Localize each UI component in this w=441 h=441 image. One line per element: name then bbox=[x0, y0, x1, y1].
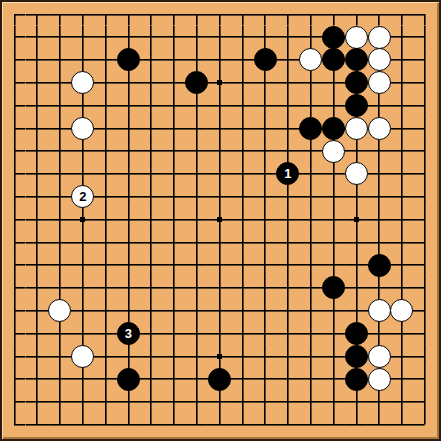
intersection-c0-r2[interactable] bbox=[3, 49, 26, 72]
intersection-c6-r14[interactable] bbox=[140, 322, 163, 345]
intersection-c13-r0[interactable] bbox=[299, 3, 322, 26]
intersection-c5-r5[interactable] bbox=[117, 117, 140, 140]
intersection-c3-r10[interactable] bbox=[71, 231, 94, 254]
intersection-c18-r0[interactable] bbox=[413, 3, 436, 26]
intersection-c10-r0[interactable] bbox=[231, 3, 254, 26]
intersection-c13-r16[interactable] bbox=[299, 368, 322, 391]
intersection-c13-r12[interactable] bbox=[299, 277, 322, 300]
intersection-c9-r5[interactable] bbox=[208, 117, 231, 140]
intersection-c18-r6[interactable] bbox=[413, 140, 436, 163]
intersection-c16-r15[interactable] bbox=[368, 345, 391, 368]
intersection-c14-r7[interactable] bbox=[322, 163, 345, 186]
star-point-c15-r9[interactable] bbox=[345, 208, 368, 231]
intersection-c0-r9[interactable] bbox=[3, 208, 26, 231]
intersection-c15-r12[interactable] bbox=[345, 277, 368, 300]
intersection-c2-r11[interactable] bbox=[49, 254, 72, 277]
intersection-c4-r8[interactable] bbox=[94, 185, 117, 208]
intersection-c3-r2[interactable] bbox=[71, 49, 94, 72]
intersection-c15-r2[interactable] bbox=[345, 49, 368, 72]
intersection-c2-r18[interactable] bbox=[49, 413, 72, 436]
intersection-c16-r16[interactable] bbox=[368, 368, 391, 391]
intersection-c10-r16[interactable] bbox=[231, 368, 254, 391]
intersection-c4-r7[interactable] bbox=[94, 163, 117, 186]
intersection-c18-r4[interactable] bbox=[413, 94, 436, 117]
intersection-c10-r7[interactable] bbox=[231, 163, 254, 186]
intersection-c10-r12[interactable] bbox=[231, 277, 254, 300]
intersection-c7-r1[interactable] bbox=[163, 26, 186, 49]
intersection-c2-r2[interactable] bbox=[49, 49, 72, 72]
intersection-c11-r3[interactable] bbox=[254, 71, 277, 94]
intersection-c16-r7[interactable] bbox=[368, 163, 391, 186]
intersection-c1-r14[interactable] bbox=[26, 322, 49, 345]
intersection-c17-r5[interactable] bbox=[391, 117, 414, 140]
intersection-c0-r8[interactable] bbox=[3, 185, 26, 208]
intersection-c11-r7[interactable] bbox=[254, 163, 277, 186]
intersection-c18-r11[interactable] bbox=[413, 254, 436, 277]
intersection-c8-r6[interactable] bbox=[185, 140, 208, 163]
intersection-c15-r16[interactable] bbox=[345, 368, 368, 391]
intersection-c18-r18[interactable] bbox=[413, 413, 436, 436]
intersection-c1-r16[interactable] bbox=[26, 368, 49, 391]
intersection-c9-r13[interactable] bbox=[208, 299, 231, 322]
intersection-c3-r7[interactable] bbox=[71, 163, 94, 186]
intersection-c11-r5[interactable] bbox=[254, 117, 277, 140]
intersection-c12-r5[interactable] bbox=[277, 117, 300, 140]
intersection-c15-r15[interactable] bbox=[345, 345, 368, 368]
intersection-c0-r1[interactable] bbox=[3, 26, 26, 49]
intersection-c6-r3[interactable] bbox=[140, 71, 163, 94]
intersection-c1-r7[interactable] bbox=[26, 163, 49, 186]
intersection-c16-r3[interactable] bbox=[368, 71, 391, 94]
intersection-c4-r6[interactable] bbox=[94, 140, 117, 163]
intersection-c14-r10[interactable] bbox=[322, 231, 345, 254]
intersection-c14-r17[interactable] bbox=[322, 391, 345, 414]
intersection-c12-r9[interactable] bbox=[277, 208, 300, 231]
intersection-c9-r17[interactable] bbox=[208, 391, 231, 414]
intersection-c16-r8[interactable] bbox=[368, 185, 391, 208]
intersection-c7-r17[interactable] bbox=[163, 391, 186, 414]
intersection-c10-r14[interactable] bbox=[231, 322, 254, 345]
intersection-c6-r8[interactable] bbox=[140, 185, 163, 208]
intersection-c14-r16[interactable] bbox=[322, 368, 345, 391]
intersection-c14-r18[interactable] bbox=[322, 413, 345, 436]
star-point-c3-r9[interactable] bbox=[71, 208, 94, 231]
intersection-c5-r10[interactable] bbox=[117, 231, 140, 254]
intersection-c6-r9[interactable] bbox=[140, 208, 163, 231]
intersection-c14-r1[interactable] bbox=[322, 26, 345, 49]
intersection-c12-r13[interactable] bbox=[277, 299, 300, 322]
intersection-c5-r17[interactable] bbox=[117, 391, 140, 414]
star-point-c9-r15[interactable] bbox=[208, 345, 231, 368]
intersection-c11-r0[interactable] bbox=[254, 3, 277, 26]
intersection-c3-r14[interactable] bbox=[71, 322, 94, 345]
intersection-c10-r11[interactable] bbox=[231, 254, 254, 277]
intersection-c0-r17[interactable] bbox=[3, 391, 26, 414]
intersection-c5-r16[interactable] bbox=[117, 368, 140, 391]
intersection-c18-r12[interactable] bbox=[413, 277, 436, 300]
intersection-c18-r14[interactable] bbox=[413, 322, 436, 345]
intersection-c4-r13[interactable] bbox=[94, 299, 117, 322]
intersection-c5-r4[interactable] bbox=[117, 94, 140, 117]
intersection-c7-r7[interactable] bbox=[163, 163, 186, 186]
intersection-c0-r4[interactable] bbox=[3, 94, 26, 117]
intersection-c6-r16[interactable] bbox=[140, 368, 163, 391]
intersection-c3-r8[interactable]: 2 bbox=[71, 185, 94, 208]
intersection-c1-r6[interactable] bbox=[26, 140, 49, 163]
intersection-c3-r4[interactable] bbox=[71, 94, 94, 117]
intersection-c10-r3[interactable] bbox=[231, 71, 254, 94]
intersection-c8-r17[interactable] bbox=[185, 391, 208, 414]
intersection-c3-r15[interactable] bbox=[71, 345, 94, 368]
intersection-c1-r5[interactable] bbox=[26, 117, 49, 140]
intersection-c7-r10[interactable] bbox=[163, 231, 186, 254]
intersection-c1-r8[interactable] bbox=[26, 185, 49, 208]
intersection-c17-r10[interactable] bbox=[391, 231, 414, 254]
intersection-c17-r1[interactable] bbox=[391, 26, 414, 49]
intersection-c3-r16[interactable] bbox=[71, 368, 94, 391]
intersection-c14-r4[interactable] bbox=[322, 94, 345, 117]
intersection-c5-r18[interactable] bbox=[117, 413, 140, 436]
intersection-c8-r10[interactable] bbox=[185, 231, 208, 254]
intersection-c1-r12[interactable] bbox=[26, 277, 49, 300]
intersection-c12-r12[interactable] bbox=[277, 277, 300, 300]
intersection-c2-r0[interactable] bbox=[49, 3, 72, 26]
intersection-c11-r4[interactable] bbox=[254, 94, 277, 117]
intersection-c5-r13[interactable] bbox=[117, 299, 140, 322]
intersection-c8-r11[interactable] bbox=[185, 254, 208, 277]
intersection-c8-r18[interactable] bbox=[185, 413, 208, 436]
intersection-c10-r17[interactable] bbox=[231, 391, 254, 414]
intersection-c12-r17[interactable] bbox=[277, 391, 300, 414]
intersection-c16-r18[interactable] bbox=[368, 413, 391, 436]
intersection-c6-r12[interactable] bbox=[140, 277, 163, 300]
intersection-c16-r0[interactable] bbox=[368, 3, 391, 26]
intersection-c1-r9[interactable] bbox=[26, 208, 49, 231]
intersection-c4-r0[interactable] bbox=[94, 3, 117, 26]
intersection-c2-r16[interactable] bbox=[49, 368, 72, 391]
intersection-c5-r9[interactable] bbox=[117, 208, 140, 231]
intersection-c1-r10[interactable] bbox=[26, 231, 49, 254]
intersection-c2-r8[interactable] bbox=[49, 185, 72, 208]
intersection-c8-r16[interactable] bbox=[185, 368, 208, 391]
intersection-c18-r5[interactable] bbox=[413, 117, 436, 140]
intersection-c15-r17[interactable] bbox=[345, 391, 368, 414]
intersection-c17-r3[interactable] bbox=[391, 71, 414, 94]
intersection-c1-r1[interactable] bbox=[26, 26, 49, 49]
intersection-c15-r6[interactable] bbox=[345, 140, 368, 163]
intersection-c3-r11[interactable] bbox=[71, 254, 94, 277]
intersection-c12-r0[interactable] bbox=[277, 3, 300, 26]
intersection-c6-r18[interactable] bbox=[140, 413, 163, 436]
intersection-c1-r0[interactable] bbox=[26, 3, 49, 26]
intersection-c18-r16[interactable] bbox=[413, 368, 436, 391]
intersection-c11-r6[interactable] bbox=[254, 140, 277, 163]
intersection-c2-r6[interactable] bbox=[49, 140, 72, 163]
intersection-c16-r4[interactable] bbox=[368, 94, 391, 117]
intersection-c4-r16[interactable] bbox=[94, 368, 117, 391]
intersection-c2-r7[interactable] bbox=[49, 163, 72, 186]
intersection-c12-r1[interactable] bbox=[277, 26, 300, 49]
intersection-c2-r13[interactable] bbox=[49, 299, 72, 322]
intersection-c13-r13[interactable] bbox=[299, 299, 322, 322]
intersection-c11-r1[interactable] bbox=[254, 26, 277, 49]
intersection-c14-r14[interactable] bbox=[322, 322, 345, 345]
intersection-c10-r13[interactable] bbox=[231, 299, 254, 322]
intersection-c6-r11[interactable] bbox=[140, 254, 163, 277]
intersection-c13-r11[interactable] bbox=[299, 254, 322, 277]
intersection-c9-r4[interactable] bbox=[208, 94, 231, 117]
intersection-c9-r11[interactable] bbox=[208, 254, 231, 277]
intersection-c18-r10[interactable] bbox=[413, 231, 436, 254]
intersection-c0-r16[interactable] bbox=[3, 368, 26, 391]
intersection-c0-r14[interactable] bbox=[3, 322, 26, 345]
intersection-c15-r3[interactable] bbox=[345, 71, 368, 94]
intersection-c5-r3[interactable] bbox=[117, 71, 140, 94]
intersection-c17-r8[interactable] bbox=[391, 185, 414, 208]
intersection-c12-r7[interactable]: 1 bbox=[277, 163, 300, 186]
star-point-c9-r3[interactable] bbox=[208, 71, 231, 94]
star-point-c9-r9[interactable] bbox=[208, 208, 231, 231]
intersection-c16-r17[interactable] bbox=[368, 391, 391, 414]
intersection-c18-r17[interactable] bbox=[413, 391, 436, 414]
intersection-c2-r15[interactable] bbox=[49, 345, 72, 368]
intersection-c16-r6[interactable] bbox=[368, 140, 391, 163]
intersection-c12-r2[interactable] bbox=[277, 49, 300, 72]
intersection-c10-r18[interactable] bbox=[231, 413, 254, 436]
intersection-c1-r4[interactable] bbox=[26, 94, 49, 117]
intersection-c8-r4[interactable] bbox=[185, 94, 208, 117]
intersection-c14-r5[interactable] bbox=[322, 117, 345, 140]
intersection-c16-r5[interactable] bbox=[368, 117, 391, 140]
intersection-c10-r9[interactable] bbox=[231, 208, 254, 231]
intersection-c9-r18[interactable] bbox=[208, 413, 231, 436]
intersection-c10-r1[interactable] bbox=[231, 26, 254, 49]
intersection-c10-r15[interactable] bbox=[231, 345, 254, 368]
intersection-c12-r15[interactable] bbox=[277, 345, 300, 368]
intersection-c4-r12[interactable] bbox=[94, 277, 117, 300]
intersection-c6-r2[interactable] bbox=[140, 49, 163, 72]
intersection-c17-r11[interactable] bbox=[391, 254, 414, 277]
intersection-c18-r2[interactable] bbox=[413, 49, 436, 72]
intersection-c16-r9[interactable] bbox=[368, 208, 391, 231]
intersection-c0-r18[interactable] bbox=[3, 413, 26, 436]
intersection-c14-r6[interactable] bbox=[322, 140, 345, 163]
intersection-c10-r2[interactable] bbox=[231, 49, 254, 72]
intersection-c13-r15[interactable] bbox=[299, 345, 322, 368]
intersection-c5-r6[interactable] bbox=[117, 140, 140, 163]
intersection-c9-r14[interactable] bbox=[208, 322, 231, 345]
intersection-c12-r6[interactable] bbox=[277, 140, 300, 163]
intersection-c11-r11[interactable] bbox=[254, 254, 277, 277]
intersection-c15-r13[interactable] bbox=[345, 299, 368, 322]
intersection-c12-r14[interactable] bbox=[277, 322, 300, 345]
intersection-c7-r15[interactable] bbox=[163, 345, 186, 368]
intersection-c17-r13[interactable] bbox=[391, 299, 414, 322]
intersection-c1-r3[interactable] bbox=[26, 71, 49, 94]
intersection-c0-r13[interactable] bbox=[3, 299, 26, 322]
intersection-c6-r7[interactable] bbox=[140, 163, 163, 186]
intersection-c16-r12[interactable] bbox=[368, 277, 391, 300]
intersection-c17-r7[interactable] bbox=[391, 163, 414, 186]
intersection-c15-r1[interactable] bbox=[345, 26, 368, 49]
intersection-c17-r2[interactable] bbox=[391, 49, 414, 72]
intersection-c8-r0[interactable] bbox=[185, 3, 208, 26]
intersection-c9-r12[interactable] bbox=[208, 277, 231, 300]
intersection-c4-r14[interactable] bbox=[94, 322, 117, 345]
intersection-c11-r17[interactable] bbox=[254, 391, 277, 414]
intersection-c17-r14[interactable] bbox=[391, 322, 414, 345]
intersection-c4-r15[interactable] bbox=[94, 345, 117, 368]
intersection-c7-r8[interactable] bbox=[163, 185, 186, 208]
intersection-c9-r6[interactable] bbox=[208, 140, 231, 163]
intersection-c18-r9[interactable] bbox=[413, 208, 436, 231]
intersection-c13-r2[interactable] bbox=[299, 49, 322, 72]
intersection-c17-r0[interactable] bbox=[391, 3, 414, 26]
intersection-c4-r2[interactable] bbox=[94, 49, 117, 72]
intersection-c2-r17[interactable] bbox=[49, 391, 72, 414]
intersection-c2-r9[interactable] bbox=[49, 208, 72, 231]
intersection-c3-r6[interactable] bbox=[71, 140, 94, 163]
intersection-c13-r1[interactable] bbox=[299, 26, 322, 49]
intersection-c7-r5[interactable] bbox=[163, 117, 186, 140]
intersection-c1-r13[interactable] bbox=[26, 299, 49, 322]
intersection-c14-r2[interactable] bbox=[322, 49, 345, 72]
intersection-c8-r9[interactable] bbox=[185, 208, 208, 231]
intersection-c0-r0[interactable] bbox=[3, 3, 26, 26]
intersection-c0-r11[interactable] bbox=[3, 254, 26, 277]
intersection-c14-r0[interactable] bbox=[322, 3, 345, 26]
intersection-c7-r11[interactable] bbox=[163, 254, 186, 277]
intersection-c13-r14[interactable] bbox=[299, 322, 322, 345]
intersection-c15-r4[interactable] bbox=[345, 94, 368, 117]
intersection-c6-r5[interactable] bbox=[140, 117, 163, 140]
intersection-c5-r7[interactable] bbox=[117, 163, 140, 186]
intersection-c14-r8[interactable] bbox=[322, 185, 345, 208]
intersection-c11-r15[interactable] bbox=[254, 345, 277, 368]
intersection-c9-r7[interactable] bbox=[208, 163, 231, 186]
intersection-c11-r16[interactable] bbox=[254, 368, 277, 391]
intersection-c11-r9[interactable] bbox=[254, 208, 277, 231]
intersection-c4-r9[interactable] bbox=[94, 208, 117, 231]
intersection-c12-r18[interactable] bbox=[277, 413, 300, 436]
intersection-c8-r15[interactable] bbox=[185, 345, 208, 368]
intersection-c6-r1[interactable] bbox=[140, 26, 163, 49]
intersection-c2-r5[interactable] bbox=[49, 117, 72, 140]
intersection-c1-r17[interactable] bbox=[26, 391, 49, 414]
intersection-c18-r7[interactable] bbox=[413, 163, 436, 186]
intersection-c15-r7[interactable] bbox=[345, 163, 368, 186]
intersection-c18-r1[interactable] bbox=[413, 26, 436, 49]
intersection-c9-r10[interactable] bbox=[208, 231, 231, 254]
intersection-c12-r11[interactable] bbox=[277, 254, 300, 277]
intersection-c12-r16[interactable] bbox=[277, 368, 300, 391]
intersection-c3-r1[interactable] bbox=[71, 26, 94, 49]
intersection-c4-r17[interactable] bbox=[94, 391, 117, 414]
intersection-c8-r2[interactable] bbox=[185, 49, 208, 72]
intersection-c3-r13[interactable] bbox=[71, 299, 94, 322]
intersection-c6-r4[interactable] bbox=[140, 94, 163, 117]
intersection-c5-r12[interactable] bbox=[117, 277, 140, 300]
intersection-c7-r3[interactable] bbox=[163, 71, 186, 94]
intersection-c5-r2[interactable] bbox=[117, 49, 140, 72]
intersection-c14-r3[interactable] bbox=[322, 71, 345, 94]
intersection-c3-r18[interactable] bbox=[71, 413, 94, 436]
intersection-c13-r8[interactable] bbox=[299, 185, 322, 208]
intersection-c14-r15[interactable] bbox=[322, 345, 345, 368]
intersection-c4-r4[interactable] bbox=[94, 94, 117, 117]
intersection-c7-r2[interactable] bbox=[163, 49, 186, 72]
intersection-c17-r12[interactable] bbox=[391, 277, 414, 300]
intersection-c0-r5[interactable] bbox=[3, 117, 26, 140]
intersection-c18-r8[interactable] bbox=[413, 185, 436, 208]
intersection-c4-r5[interactable] bbox=[94, 117, 117, 140]
intersection-c6-r6[interactable] bbox=[140, 140, 163, 163]
intersection-c6-r13[interactable] bbox=[140, 299, 163, 322]
intersection-c9-r8[interactable] bbox=[208, 185, 231, 208]
intersection-c1-r2[interactable] bbox=[26, 49, 49, 72]
intersection-c15-r10[interactable] bbox=[345, 231, 368, 254]
intersection-c8-r8[interactable] bbox=[185, 185, 208, 208]
intersection-c17-r18[interactable] bbox=[391, 413, 414, 436]
intersection-c5-r11[interactable] bbox=[117, 254, 140, 277]
intersection-c11-r18[interactable] bbox=[254, 413, 277, 436]
intersection-c0-r12[interactable] bbox=[3, 277, 26, 300]
intersection-c11-r2[interactable] bbox=[254, 49, 277, 72]
intersection-c10-r4[interactable] bbox=[231, 94, 254, 117]
intersection-c16-r14[interactable] bbox=[368, 322, 391, 345]
intersection-c15-r18[interactable] bbox=[345, 413, 368, 436]
intersection-c16-r13[interactable] bbox=[368, 299, 391, 322]
intersection-c2-r4[interactable] bbox=[49, 94, 72, 117]
intersection-c6-r15[interactable] bbox=[140, 345, 163, 368]
intersection-c4-r11[interactable] bbox=[94, 254, 117, 277]
intersection-c11-r10[interactable] bbox=[254, 231, 277, 254]
intersection-c13-r18[interactable] bbox=[299, 413, 322, 436]
intersection-c11-r14[interactable] bbox=[254, 322, 277, 345]
intersection-c6-r0[interactable] bbox=[140, 3, 163, 26]
intersection-c18-r3[interactable] bbox=[413, 71, 436, 94]
intersection-c7-r16[interactable] bbox=[163, 368, 186, 391]
intersection-c12-r8[interactable] bbox=[277, 185, 300, 208]
intersection-c13-r6[interactable] bbox=[299, 140, 322, 163]
intersection-c17-r17[interactable] bbox=[391, 391, 414, 414]
intersection-c5-r1[interactable] bbox=[117, 26, 140, 49]
intersection-c14-r12[interactable] bbox=[322, 277, 345, 300]
intersection-c17-r15[interactable] bbox=[391, 345, 414, 368]
intersection-c7-r13[interactable] bbox=[163, 299, 186, 322]
intersection-c15-r0[interactable] bbox=[345, 3, 368, 26]
intersection-c13-r17[interactable] bbox=[299, 391, 322, 414]
intersection-c0-r7[interactable] bbox=[3, 163, 26, 186]
intersection-c4-r1[interactable] bbox=[94, 26, 117, 49]
intersection-c14-r11[interactable] bbox=[322, 254, 345, 277]
intersection-c4-r10[interactable] bbox=[94, 231, 117, 254]
intersection-c16-r2[interactable] bbox=[368, 49, 391, 72]
intersection-c0-r3[interactable] bbox=[3, 71, 26, 94]
intersection-c4-r3[interactable] bbox=[94, 71, 117, 94]
intersection-c12-r3[interactable] bbox=[277, 71, 300, 94]
intersection-c1-r11[interactable] bbox=[26, 254, 49, 277]
intersection-c11-r12[interactable] bbox=[254, 277, 277, 300]
intersection-c7-r6[interactable] bbox=[163, 140, 186, 163]
intersection-c6-r17[interactable] bbox=[140, 391, 163, 414]
intersection-c13-r7[interactable] bbox=[299, 163, 322, 186]
intersection-c9-r16[interactable] bbox=[208, 368, 231, 391]
intersection-c8-r1[interactable] bbox=[185, 26, 208, 49]
intersection-c2-r14[interactable] bbox=[49, 322, 72, 345]
intersection-c16-r10[interactable] bbox=[368, 231, 391, 254]
intersection-c18-r15[interactable] bbox=[413, 345, 436, 368]
